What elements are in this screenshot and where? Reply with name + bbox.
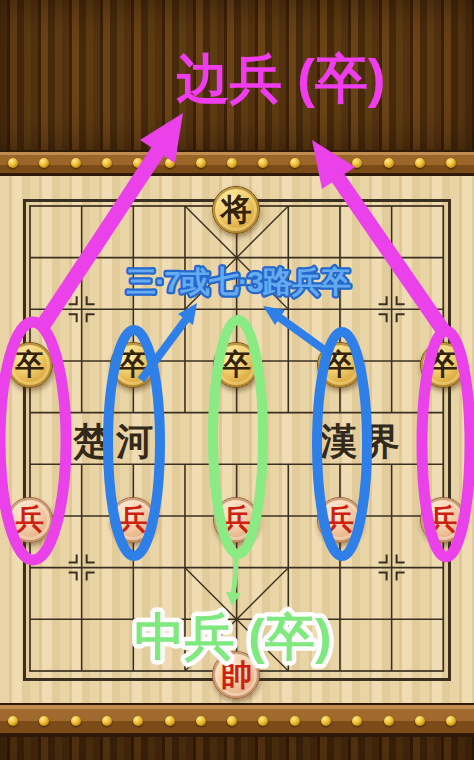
edge-pawn-arrow-right (312, 140, 445, 333)
center-pawn-arrow (226, 557, 241, 606)
seventh-file-arrow (263, 306, 330, 354)
center-pawn-label: 中兵 (卒) (134, 609, 331, 665)
center-pawn-ellipse (213, 320, 263, 554)
xiangqi-tutorial-screen: 楚河 漢界 将卒卒卒卒卒兵兵兵兵兵帥 (0, 0, 474, 760)
third-seventh-pawn-label: 三·7或七·3路兵卒 (126, 265, 350, 298)
edge-pawn-ellipse-right (422, 331, 470, 557)
seventh-file-pawn-ellipse (317, 332, 367, 556)
edge-pawn-label: 边兵 (卒) (176, 49, 385, 108)
edge-pawn-ellipse-left (0, 322, 66, 560)
